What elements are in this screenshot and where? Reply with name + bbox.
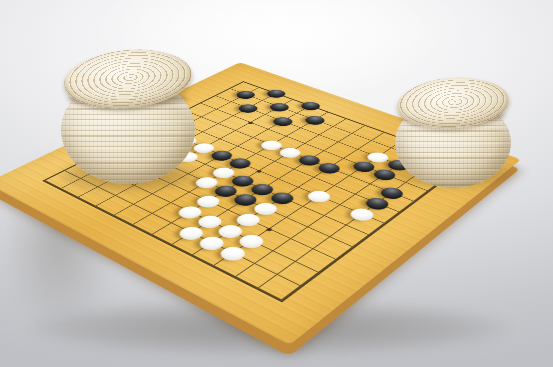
intersection[interactable] [275, 250, 316, 274]
black-stone[interactable] [210, 183, 241, 199]
white-stone[interactable] [194, 213, 226, 230]
intersection[interactable] [284, 197, 321, 217]
intersection[interactable] [316, 248, 356, 271]
intersection[interactable] [171, 202, 209, 222]
intersection[interactable] [209, 200, 247, 220]
white-stone[interactable] [250, 200, 281, 217]
intersection[interactable] [359, 194, 396, 214]
intersection[interactable] [225, 172, 261, 190]
white-stone[interactable] [175, 224, 208, 242]
intersection[interactable] [260, 287, 303, 313]
white-stone[interactable] [214, 222, 247, 240]
white-stone[interactable] [195, 234, 228, 253]
white-stone[interactable] [174, 204, 206, 221]
intersection[interactable] [115, 195, 153, 215]
intersection[interactable] [301, 187, 338, 206]
intersection[interactable] [152, 234, 192, 256]
intersection[interactable] [271, 228, 310, 250]
intersection[interactable] [352, 175, 388, 193]
intersection[interactable] [152, 213, 191, 234]
studio-scene [0, 0, 553, 367]
intersection[interactable] [343, 204, 381, 224]
star-point [265, 227, 273, 231]
intersection[interactable] [316, 177, 352, 196]
intersection[interactable] [349, 225, 388, 247]
intersection[interactable] [267, 208, 305, 229]
intersection[interactable] [250, 219, 289, 240]
intersection[interactable] [280, 178, 316, 197]
white-stone[interactable] [235, 232, 268, 251]
intersection[interactable] [134, 185, 171, 204]
intersection[interactable] [207, 182, 244, 201]
intersection[interactable] [132, 224, 171, 246]
white-stone[interactable] [304, 188, 335, 204]
intersection[interactable] [298, 261, 339, 285]
intersection[interactable] [152, 193, 189, 213]
intersection[interactable] [264, 188, 301, 207]
intersection[interactable] [97, 186, 134, 205]
intersection[interactable] [322, 195, 359, 215]
intersection[interactable] [211, 220, 250, 241]
intersection[interactable] [327, 215, 365, 236]
intersection[interactable] [305, 206, 343, 226]
intersection[interactable] [293, 238, 333, 261]
white-stone[interactable] [216, 244, 250, 263]
intersection[interactable] [227, 190, 264, 209]
intersection[interactable] [192, 232, 232, 254]
black-stone[interactable] [230, 191, 261, 207]
intersection[interactable] [279, 274, 321, 299]
star-point [247, 121, 253, 124]
white-stone[interactable] [346, 206, 378, 223]
intersection[interactable] [247, 199, 284, 219]
intersection[interactable] [42, 180, 79, 199]
intersection[interactable] [133, 204, 171, 224]
intersection[interactable] [261, 170, 297, 188]
intersection[interactable] [337, 185, 373, 204]
left-stone-bowl [60, 52, 196, 182]
intersection[interactable] [215, 265, 257, 290]
intersection[interactable] [253, 240, 293, 263]
intersection[interactable] [296, 169, 331, 187]
intersection[interactable] [26, 171, 62, 189]
intersection[interactable] [381, 202, 418, 222]
intersection[interactable] [289, 217, 328, 238]
intersection[interactable] [395, 192, 432, 212]
intersection[interactable] [237, 276, 279, 302]
intersection[interactable] [229, 209, 267, 230]
intersection[interactable] [172, 244, 213, 267]
intersection[interactable] [172, 222, 211, 244]
intersection[interactable] [113, 215, 152, 236]
black-stone[interactable] [267, 190, 298, 206]
right-stone-bowl [394, 80, 512, 188]
intersection[interactable] [95, 206, 133, 226]
intersection[interactable] [333, 236, 373, 259]
white-stone[interactable] [192, 175, 222, 190]
black-stone[interactable] [247, 181, 278, 197]
intersection[interactable] [191, 211, 229, 232]
black-stone[interactable] [228, 173, 258, 188]
intersection[interactable] [310, 226, 349, 248]
intersection[interactable] [77, 197, 115, 217]
intersection[interactable] [256, 263, 298, 288]
star-point [255, 169, 262, 173]
white-stone[interactable] [232, 211, 264, 228]
intersection[interactable] [193, 254, 234, 278]
intersection[interactable] [232, 230, 272, 252]
black-stone[interactable] [362, 195, 393, 211]
intersection[interactable] [213, 242, 253, 265]
intersection[interactable] [190, 192, 227, 212]
intersection[interactable] [244, 180, 280, 199]
intersection[interactable] [365, 213, 403, 234]
intersection[interactable] [234, 252, 275, 276]
white-stone[interactable] [193, 193, 224, 209]
intersection[interactable] [59, 188, 96, 207]
intersection[interactable] [171, 183, 208, 202]
